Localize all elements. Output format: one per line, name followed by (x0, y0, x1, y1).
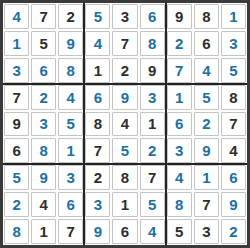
sudoku-cell[interactable]: 4 (221, 138, 246, 163)
cell-value: 5 (121, 143, 129, 158)
sudoku-cell[interactable]: 9 (221, 192, 246, 217)
sudoku-board-frame: 4725369811594782633681297457246931589358… (0, 0, 250, 248)
sudoku-cell[interactable]: 6 (58, 192, 83, 217)
sudoku-cell[interactable]: 9 (31, 165, 56, 190)
cell-value: 5 (229, 63, 237, 78)
sudoku-cell[interactable]: 7 (194, 192, 219, 217)
sudoku-cell[interactable]: 3 (85, 192, 110, 217)
cell-value: 7 (175, 63, 183, 78)
cell-value: 3 (12, 63, 20, 78)
sudoku-cell[interactable]: 1 (31, 219, 56, 244)
cell-value: 1 (229, 9, 237, 24)
cell-value: 8 (175, 197, 183, 212)
sudoku-cell[interactable]: 3 (4, 58, 29, 83)
cell-value: 9 (121, 90, 129, 105)
sudoku-cell[interactable]: 6 (194, 31, 219, 56)
sudoku-cell[interactable]: 5 (58, 112, 83, 137)
sudoku-cell[interactable]: 1 (58, 138, 83, 163)
sudoku-cell[interactable]: 3 (112, 4, 137, 29)
cell-value: 9 (12, 116, 20, 131)
sudoku-cell[interactable]: 9 (167, 4, 192, 29)
cell-value: 1 (175, 90, 183, 105)
cell-value: 4 (12, 9, 20, 24)
cell-value: 9 (94, 224, 102, 239)
sudoku-cell[interactable]: 6 (112, 219, 137, 244)
sudoku-cell[interactable]: 3 (167, 138, 192, 163)
sudoku-cell[interactable]: 6 (140, 4, 165, 29)
cell-value: 1 (67, 143, 75, 158)
cell-value: 3 (67, 170, 75, 185)
cell-value: 9 (148, 63, 156, 78)
sudoku-cell[interactable]: 5 (167, 219, 192, 244)
cell-value: 7 (67, 224, 75, 239)
sudoku-cell[interactable]: 6 (167, 112, 192, 137)
cell-value: 6 (121, 224, 129, 239)
sudoku-cell[interactable]: 7 (85, 138, 110, 163)
cell-value: 5 (175, 224, 183, 239)
cell-value: 4 (67, 90, 75, 105)
cell-value: 9 (67, 36, 75, 51)
cell-value: 5 (94, 9, 102, 24)
cell-value: 3 (202, 224, 210, 239)
sudoku-grid: 4725369811594782633681297457246931589358… (3, 3, 247, 245)
cell-value: 6 (202, 36, 210, 51)
sudoku-cell[interactable]: 1 (221, 4, 246, 29)
sudoku-cell[interactable]: 9 (194, 138, 219, 163)
sudoku-cell[interactable]: 6 (221, 165, 246, 190)
cell-value: 3 (39, 116, 47, 131)
cell-value: 9 (175, 9, 183, 24)
sudoku-cell[interactable]: 5 (4, 165, 29, 190)
sudoku-cell[interactable]: 8 (112, 165, 137, 190)
cell-value: 6 (175, 116, 183, 131)
sudoku-cell[interactable]: 3 (194, 219, 219, 244)
sudoku-cell[interactable]: 8 (221, 85, 246, 110)
sudoku-cell[interactable]: 2 (85, 165, 110, 190)
sudoku-cell[interactable]: 9 (85, 219, 110, 244)
cell-value: 8 (202, 9, 210, 24)
cell-value: 6 (39, 63, 47, 78)
sudoku-cell[interactable]: 7 (221, 112, 246, 137)
sudoku-cell[interactable]: 8 (31, 138, 56, 163)
cell-value: 8 (121, 170, 129, 185)
sudoku-cell[interactable]: 7 (4, 85, 29, 110)
cell-value: 7 (94, 143, 102, 158)
cell-value: 2 (94, 170, 102, 185)
cell-value: 4 (148, 224, 156, 239)
sudoku-cell[interactable]: 2 (221, 219, 246, 244)
cell-value: 4 (175, 170, 183, 185)
sudoku-cell[interactable]: 4 (140, 219, 165, 244)
cell-value: 4 (202, 63, 210, 78)
sudoku-cell[interactable]: 5 (140, 192, 165, 217)
sudoku-cell[interactable]: 9 (58, 31, 83, 56)
cell-value: 7 (39, 9, 47, 24)
cell-value: 5 (12, 170, 20, 185)
sudoku-cell[interactable]: 1 (140, 112, 165, 137)
sudoku-cell[interactable]: 2 (112, 58, 137, 83)
sudoku-cell[interactable]: 7 (31, 4, 56, 29)
cell-value: 8 (12, 224, 20, 239)
sudoku-cell[interactable]: 5 (112, 138, 137, 163)
cell-value: 8 (94, 116, 102, 131)
cell-value: 1 (94, 63, 102, 78)
cell-value: 3 (121, 9, 129, 24)
cell-value: 6 (148, 9, 156, 24)
cell-value: 2 (121, 63, 129, 78)
sudoku-cell[interactable]: 8 (85, 112, 110, 137)
cell-value: 9 (202, 143, 210, 158)
sudoku-cell[interactable]: 2 (31, 85, 56, 110)
sudoku-cell[interactable]: 6 (85, 85, 110, 110)
cell-value: 5 (67, 116, 75, 131)
cell-value: 6 (94, 90, 102, 105)
cell-value: 2 (148, 143, 156, 158)
sudoku-cell[interactable]: 3 (58, 165, 83, 190)
sudoku-cell[interactable]: 1 (112, 192, 137, 217)
sudoku-cell[interactable]: 1 (194, 165, 219, 190)
cell-value: 2 (67, 9, 75, 24)
sudoku-cell[interactable]: 6 (31, 58, 56, 83)
sudoku-cell[interactable]: 3 (221, 31, 246, 56)
sudoku-cell[interactable]: 1 (167, 85, 192, 110)
cell-value: 8 (148, 36, 156, 51)
sudoku-cell[interactable]: 7 (167, 58, 192, 83)
cell-value: 1 (39, 224, 47, 239)
sudoku-cell[interactable]: 3 (140, 85, 165, 110)
sudoku-cell[interactable]: 7 (140, 165, 165, 190)
cell-value: 3 (94, 197, 102, 212)
cell-value: 9 (229, 197, 237, 212)
cell-value: 2 (202, 116, 210, 131)
sudoku-cell[interactable]: 2 (140, 138, 165, 163)
sudoku-cell[interactable]: 4 (31, 192, 56, 217)
sudoku-cell[interactable]: 7 (58, 219, 83, 244)
sudoku-cell[interactable]: 8 (194, 4, 219, 29)
cell-value: 6 (12, 143, 20, 158)
cell-value: 2 (175, 36, 183, 51)
cell-value: 7 (202, 197, 210, 212)
sudoku-cell[interactable]: 8 (4, 219, 29, 244)
cell-value: 4 (94, 36, 102, 51)
sudoku-cell[interactable]: 1 (4, 31, 29, 56)
cell-value: 1 (148, 116, 156, 131)
cell-value: 2 (39, 90, 47, 105)
sudoku-cell[interactable]: 5 (221, 58, 246, 83)
sudoku-cell[interactable]: 1 (85, 58, 110, 83)
cell-value: 2 (229, 224, 237, 239)
sudoku-cell[interactable]: 9 (112, 85, 137, 110)
cell-value: 5 (148, 197, 156, 212)
cell-value: 1 (202, 170, 210, 185)
cell-value: 3 (148, 90, 156, 105)
sudoku-cell[interactable]: 5 (85, 4, 110, 29)
sudoku-cell[interactable]: 4 (58, 85, 83, 110)
sudoku-cell[interactable]: 3 (31, 112, 56, 137)
sudoku-cell[interactable]: 5 (31, 31, 56, 56)
cell-value: 2 (12, 197, 20, 212)
cell-value: 3 (175, 143, 183, 158)
sudoku-cell[interactable]: 2 (167, 31, 192, 56)
cell-value: 6 (67, 197, 75, 212)
cell-value: 9 (39, 170, 47, 185)
cell-value: 4 (121, 116, 129, 131)
sudoku-cell[interactable]: 2 (194, 112, 219, 137)
cell-value: 7 (148, 170, 156, 185)
sudoku-cell[interactable]: 4 (194, 58, 219, 83)
sudoku-cell[interactable]: 5 (194, 85, 219, 110)
sudoku-cell[interactable]: 7 (112, 31, 137, 56)
cell-value: 4 (39, 197, 47, 212)
sudoku-cell[interactable]: 8 (58, 58, 83, 83)
cell-value: 1 (121, 197, 129, 212)
sudoku-cell[interactable]: 2 (58, 4, 83, 29)
cell-value: 1 (12, 36, 20, 51)
cell-value: 7 (229, 116, 237, 131)
cell-value: 8 (229, 90, 237, 105)
cell-value: 7 (12, 90, 20, 105)
sudoku-cell[interactable]: 2 (4, 192, 29, 217)
cell-value: 4 (229, 143, 237, 158)
sudoku-cell[interactable]: 4 (4, 4, 29, 29)
cell-value: 8 (67, 63, 75, 78)
cell-value: 8 (39, 143, 47, 158)
sudoku-cell[interactable]: 6 (4, 138, 29, 163)
sudoku-cell[interactable]: 4 (167, 165, 192, 190)
cell-value: 5 (202, 90, 210, 105)
cell-value: 7 (121, 36, 129, 51)
cell-value: 6 (229, 170, 237, 185)
sudoku-cell[interactable]: 4 (85, 31, 110, 56)
sudoku-cell[interactable]: 8 (167, 192, 192, 217)
cell-value: 5 (39, 36, 47, 51)
sudoku-cell[interactable]: 8 (140, 31, 165, 56)
sudoku-cell[interactable]: 9 (140, 58, 165, 83)
sudoku-cell[interactable]: 4 (112, 112, 137, 137)
cell-value: 3 (229, 36, 237, 51)
sudoku-cell[interactable]: 9 (4, 112, 29, 137)
